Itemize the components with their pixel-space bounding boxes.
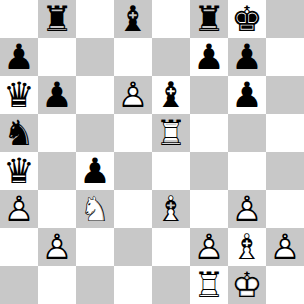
piece-white-rook[interactable]: ♖ — [152, 114, 190, 152]
square-a3[interactable]: ♟♙ — [0, 190, 38, 228]
square-a5[interactable]: ♞ — [0, 114, 38, 152]
piece-black-knight[interactable]: ♞ — [0, 114, 38, 152]
piece-black-pawn[interactable]: ♟ — [0, 38, 38, 76]
piece-black-rook[interactable]: ♜ — [190, 0, 228, 38]
square-e1[interactable] — [152, 266, 190, 304]
square-e7[interactable] — [152, 38, 190, 76]
square-a7[interactable]: ♟ — [0, 38, 38, 76]
square-c6[interactable] — [76, 76, 114, 114]
piece-black-pawn[interactable]: ♟ — [38, 76, 76, 114]
square-g1[interactable]: ♚♔ — [228, 266, 266, 304]
square-b7[interactable] — [38, 38, 76, 76]
square-h4[interactable] — [266, 152, 304, 190]
piece-white-pawn[interactable]: ♙ — [114, 76, 152, 114]
piece-black-pawn[interactable]: ♟ — [190, 38, 228, 76]
piece-black-rook[interactable]: ♜ — [38, 0, 76, 38]
piece-white-king[interactable]: ♔ — [228, 266, 266, 304]
square-e3[interactable]: ♝♗ — [152, 190, 190, 228]
piece-white-pawn[interactable]: ♙ — [38, 228, 76, 266]
piece-black-queen[interactable]: ♛ — [0, 152, 38, 190]
chess-board: ♜♝♜♚♟♟♟♛♟♟♙♝♟♞♜♖♛♟♟♙♞♘♝♗♟♙♟♙♟♙♝♗♟♙♜♖♚♔ — [0, 0, 304, 304]
square-d4[interactable] — [114, 152, 152, 190]
square-a6[interactable]: ♛ — [0, 76, 38, 114]
square-c1[interactable] — [76, 266, 114, 304]
square-c4[interactable]: ♟ — [76, 152, 114, 190]
square-g4[interactable] — [228, 152, 266, 190]
square-f1[interactable]: ♜♖ — [190, 266, 228, 304]
square-g2[interactable]: ♝♗ — [228, 228, 266, 266]
square-f7[interactable]: ♟ — [190, 38, 228, 76]
square-d5[interactable] — [114, 114, 152, 152]
square-g3[interactable]: ♟♙ — [228, 190, 266, 228]
square-b4[interactable] — [38, 152, 76, 190]
square-c5[interactable] — [76, 114, 114, 152]
square-f3[interactable] — [190, 190, 228, 228]
square-a1[interactable] — [0, 266, 38, 304]
piece-white-knight[interactable]: ♘ — [76, 190, 114, 228]
square-c3[interactable]: ♞♘ — [76, 190, 114, 228]
square-d3[interactable] — [114, 190, 152, 228]
square-d8[interactable]: ♝ — [114, 0, 152, 38]
square-h2[interactable]: ♟♙ — [266, 228, 304, 266]
square-f4[interactable] — [190, 152, 228, 190]
square-b5[interactable] — [38, 114, 76, 152]
square-b2[interactable]: ♟♙ — [38, 228, 76, 266]
square-e6[interactable]: ♝ — [152, 76, 190, 114]
piece-black-king[interactable]: ♚ — [228, 0, 266, 38]
square-b6[interactable]: ♟ — [38, 76, 76, 114]
square-g8[interactable]: ♚ — [228, 0, 266, 38]
piece-black-bishop[interactable]: ♝ — [152, 76, 190, 114]
square-g7[interactable]: ♟ — [228, 38, 266, 76]
piece-white-pawn[interactable]: ♙ — [266, 228, 304, 266]
square-c8[interactable] — [76, 0, 114, 38]
square-f8[interactable]: ♜ — [190, 0, 228, 38]
square-c2[interactable] — [76, 228, 114, 266]
piece-white-bishop[interactable]: ♗ — [152, 190, 190, 228]
piece-white-pawn[interactable]: ♙ — [190, 228, 228, 266]
square-d7[interactable] — [114, 38, 152, 76]
piece-black-pawn[interactable]: ♟ — [228, 76, 266, 114]
square-e4[interactable] — [152, 152, 190, 190]
piece-black-queen[interactable]: ♛ — [0, 76, 38, 114]
square-g5[interactable] — [228, 114, 266, 152]
square-h8[interactable] — [266, 0, 304, 38]
square-d6[interactable]: ♟♙ — [114, 76, 152, 114]
square-b1[interactable] — [38, 266, 76, 304]
square-h6[interactable] — [266, 76, 304, 114]
square-f5[interactable] — [190, 114, 228, 152]
square-f6[interactable] — [190, 76, 228, 114]
square-b3[interactable] — [38, 190, 76, 228]
square-e8[interactable] — [152, 0, 190, 38]
piece-black-pawn[interactable]: ♟ — [76, 152, 114, 190]
square-d2[interactable] — [114, 228, 152, 266]
square-a2[interactable] — [0, 228, 38, 266]
square-c7[interactable] — [76, 38, 114, 76]
piece-black-pawn[interactable]: ♟ — [228, 38, 266, 76]
square-e2[interactable] — [152, 228, 190, 266]
square-h5[interactable] — [266, 114, 304, 152]
piece-white-pawn[interactable]: ♙ — [0, 190, 38, 228]
square-e5[interactable]: ♜♖ — [152, 114, 190, 152]
square-a8[interactable] — [0, 0, 38, 38]
piece-black-bishop[interactable]: ♝ — [114, 0, 152, 38]
square-a4[interactable]: ♛ — [0, 152, 38, 190]
piece-white-rook[interactable]: ♖ — [190, 266, 228, 304]
square-b8[interactable]: ♜ — [38, 0, 76, 38]
square-g6[interactable]: ♟ — [228, 76, 266, 114]
piece-white-bishop[interactable]: ♗ — [228, 228, 266, 266]
piece-white-pawn[interactable]: ♙ — [228, 190, 266, 228]
square-h7[interactable] — [266, 38, 304, 76]
square-h3[interactable] — [266, 190, 304, 228]
square-f2[interactable]: ♟♙ — [190, 228, 228, 266]
square-d1[interactable] — [114, 266, 152, 304]
square-h1[interactable] — [266, 266, 304, 304]
